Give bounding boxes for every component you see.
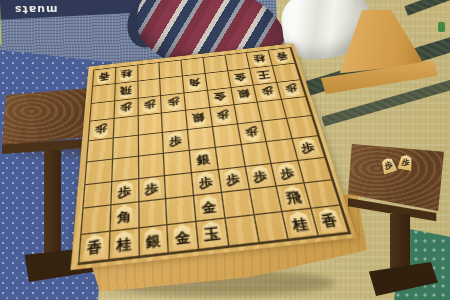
shogi-piece-bishop[interactable]: 角 — [112, 204, 136, 229]
shogi-piece-knight[interactable]: 桂 — [249, 51, 271, 67]
shogi-piece-rook[interactable]: 飛 — [116, 82, 135, 99]
shogi-piece-pawn[interactable]: 歩 — [140, 177, 163, 200]
shogi-piece-pawn[interactable]: 歩 — [194, 171, 219, 194]
board-cell[interactable]: 銀 — [139, 225, 169, 256]
shogi-piece-pawn[interactable]: 歩 — [163, 94, 184, 112]
komadai-left-leg — [44, 150, 61, 262]
small-green-object — [438, 22, 445, 32]
shogi-piece-knight[interactable]: 桂 — [285, 210, 315, 237]
shogi-piece-pawn[interactable]: 歩 — [240, 123, 264, 143]
board-shadow — [95, 270, 335, 296]
shogi-piece-lance[interactable]: 香 — [314, 207, 345, 233]
shogi-piece-pawn[interactable]: 歩 — [140, 97, 160, 115]
board-cell[interactable] — [165, 173, 194, 200]
board-cell[interactable]: 桂 — [109, 229, 139, 261]
shogi-piece-pawn[interactable]: 歩 — [212, 106, 235, 125]
shogi-piece-lance[interactable]: 香 — [81, 234, 107, 261]
shogi-piece-gold[interactable]: 金 — [196, 195, 222, 220]
shogi-piece-pawn[interactable]: 歩 — [247, 165, 274, 188]
board-cell[interactable] — [139, 154, 166, 179]
board-cell[interactable]: 角 — [110, 203, 139, 232]
shogi-piece-king[interactable]: 王 — [252, 67, 274, 84]
board-cell[interactable]: 玉 — [197, 219, 230, 250]
board-cell[interactable]: 香 — [79, 232, 110, 264]
board-cell[interactable] — [81, 206, 111, 235]
board-cell[interactable]: 金 — [194, 193, 225, 222]
board-cell[interactable] — [112, 156, 139, 181]
board-cell[interactable] — [299, 157, 333, 183]
shogi-piece-pawn[interactable]: 歩 — [256, 83, 279, 101]
board-cell[interactable]: 歩 — [192, 170, 222, 197]
board-cell[interactable] — [216, 145, 246, 170]
board-cell[interactable]: 歩 — [219, 167, 250, 194]
shogi-piece-silver[interactable]: 銀 — [233, 86, 256, 104]
shogi-piece-lance[interactable]: 香 — [95, 69, 114, 85]
photo-scene: muats 香桂桂香飛角金王歩歩歩金銀歩歩歩銀歩歩歩銀歩歩歩歩歩歩歩角金飛香桂銀… — [0, 0, 450, 300]
shogi-piece-pawn[interactable]: 歩 — [221, 168, 247, 191]
shogi-piece-king[interactable]: 玉 — [199, 220, 226, 247]
board-cell[interactable] — [85, 159, 112, 184]
board-cell[interactable] — [139, 200, 168, 229]
shogi-piece-pawn[interactable]: 歩 — [165, 131, 187, 151]
board-cell[interactable]: 歩 — [139, 176, 167, 203]
shogi-piece-pawn[interactable]: 歩 — [274, 162, 302, 185]
board-cell[interactable]: 銀 — [190, 148, 219, 173]
shogi-piece-bishop[interactable]: 角 — [185, 74, 206, 91]
shogi-piece-pawn[interactable]: 歩 — [279, 81, 303, 99]
board-cell[interactable] — [84, 182, 113, 209]
shogi-piece-gold[interactable]: 金 — [230, 69, 252, 86]
shogi-piece-pawn[interactable]: 歩 — [116, 99, 136, 117]
board-cell[interactable] — [305, 181, 341, 209]
shogi-piece-pawn[interactable]: 歩 — [90, 120, 111, 139]
shogi-piece-gold[interactable]: 金 — [170, 224, 196, 251]
shogi-piece-gold[interactable]: 金 — [209, 89, 231, 107]
board-cell[interactable] — [164, 151, 192, 176]
shogi-piece-lance[interactable]: 香 — [270, 49, 292, 65]
shogi-piece-pawn[interactable]: 歩 — [295, 137, 322, 158]
board-cell[interactable] — [167, 196, 197, 225]
board-cell[interactable] — [222, 190, 254, 219]
shogi-piece-pawn[interactable]: 歩 — [113, 180, 136, 204]
shogi-piece-silver[interactable]: 銀 — [141, 227, 166, 254]
board-cell[interactable]: 香 — [312, 206, 349, 237]
board-cell[interactable]: 歩 — [293, 136, 326, 161]
mat-printed-text: muats — [14, 3, 58, 16]
shogi-piece-rook[interactable]: 飛 — [279, 185, 308, 210]
board-cell[interactable]: 歩 — [111, 179, 139, 206]
board-cell[interactable]: 金 — [168, 222, 199, 253]
shogi-piece-knight[interactable]: 桂 — [117, 66, 136, 82]
shogi-piece-silver[interactable]: 銀 — [192, 149, 216, 171]
shogi-piece-silver[interactable]: 銀 — [188, 109, 210, 128]
shogi-piece-knight[interactable]: 桂 — [111, 230, 136, 257]
